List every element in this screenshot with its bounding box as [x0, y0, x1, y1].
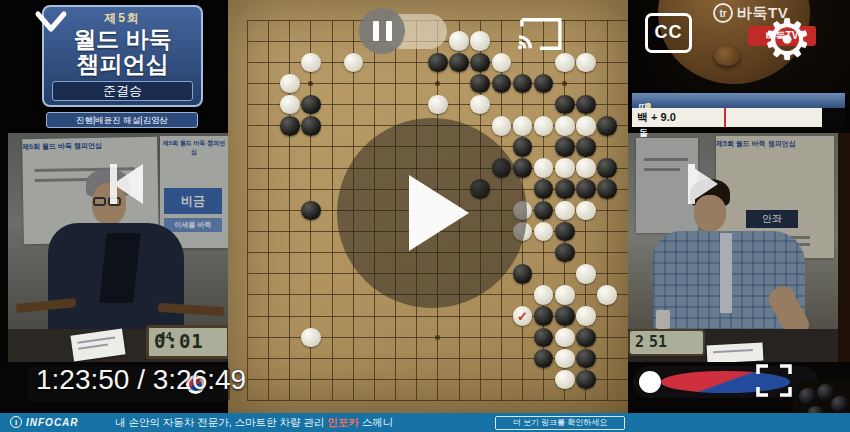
settings-gear-button[interactable]: ⚙: [756, 10, 818, 70]
current-time: 1:23:50: [36, 364, 129, 395]
go-stone-black: [534, 74, 554, 94]
left-clock-sub: 44: [159, 330, 172, 343]
star-point: [435, 81, 440, 86]
go-stone-white: [492, 53, 512, 73]
go-stone-white: [576, 53, 596, 73]
korea-flag-icon: [639, 371, 661, 393]
go-stone-black: [576, 328, 596, 348]
go-stone-white: [576, 158, 596, 178]
go-stone-white: [555, 158, 575, 178]
go-stone-white: [597, 285, 617, 305]
ad-banner[interactable]: i INFOCAR 내 손안의 자동차 전문가, 스마트한 차량 관리 인포카 …: [0, 413, 850, 432]
go-stone-white: [555, 53, 575, 73]
go-stone-white: [555, 285, 575, 305]
go-stone-white: [576, 264, 596, 284]
closed-captions-button[interactable]: CC: [645, 13, 692, 53]
go-stone-black: [280, 116, 300, 136]
go-stone-white: [555, 349, 575, 369]
go-stone-black: [555, 306, 575, 326]
go-stone-black: [534, 328, 554, 348]
ad-copy-text: 스께니: [359, 416, 393, 428]
go-bowl-knob: [714, 46, 740, 66]
go-stone-black: [513, 264, 533, 284]
go-stone-black: [301, 95, 321, 115]
video-player: ✓ 제5회 월드 바둑 챔피언십 제5회 월드 바둑 챔피언십 비금 이세돌 바…: [0, 0, 850, 432]
nameplate-text-line: [77, 337, 115, 344]
round-label: 준결승: [52, 81, 193, 101]
go-stone-black: [470, 53, 490, 73]
fullscreen-button[interactable]: [755, 363, 793, 398]
go-stone-white: [555, 370, 575, 390]
go-stone-black: [597, 179, 617, 199]
nameplate-text-line: [713, 349, 753, 353]
go-stone-white: [470, 95, 490, 115]
cast-button[interactable]: [513, 15, 565, 53]
go-stone-white: [576, 306, 596, 326]
go-stone-white: [301, 53, 321, 73]
go-stone-white: [449, 31, 469, 51]
go-stone-white: [555, 116, 575, 136]
skip-next-icon: [688, 164, 695, 204]
nameplate-text-line: [78, 344, 108, 350]
evaluation-center-mark: [724, 108, 726, 127]
info-icon: i: [10, 416, 22, 428]
player-nameplate: [707, 343, 764, 362]
go-stone-black: [576, 179, 596, 199]
go-stone-white: [470, 31, 490, 51]
go-stone-black: [449, 53, 469, 73]
left-game-clock: 0:01 44: [146, 325, 228, 359]
evaluation-text: 백 + 9.0: [637, 108, 676, 127]
go-stone-black: [301, 116, 321, 136]
go-stone-black: [576, 349, 596, 369]
go-stone-white: [555, 201, 575, 221]
go-stone-black: [534, 349, 554, 369]
go-stone-white: [280, 74, 300, 94]
go-stone-black: [513, 74, 533, 94]
captures-header: 따낸돌1 따낸돌0: [632, 93, 845, 108]
go-stone-black: [513, 137, 533, 157]
go-stone-black: [534, 179, 554, 199]
go-stone-black: [555, 243, 575, 263]
go-stone-white: [534, 222, 554, 242]
go-stone-black: [555, 95, 575, 115]
right-clock-main: 2: [635, 333, 645, 351]
black-stone: [799, 388, 816, 405]
go-stone-black: [534, 201, 554, 221]
go-stone-black: [470, 74, 490, 94]
play-button[interactable]: [337, 118, 527, 308]
ad-copy: 내 손안의 자동차 전문가, 스마트한 차량 관리 인포카 스께니: [115, 416, 393, 430]
last-move-marker: ✓: [517, 310, 528, 323]
star-point: [308, 81, 313, 86]
black-stone: [831, 396, 848, 413]
ad-brand-name: INFOCAR: [26, 417, 79, 428]
right-game-clock: 2 51: [628, 329, 705, 356]
time-separator: /: [129, 364, 152, 395]
video-dim-overlay: [628, 133, 838, 362]
black-stone: [817, 384, 834, 401]
staff-credits: 진행|배윤진 해설|김영삼: [46, 112, 198, 128]
go-stone-black: [428, 53, 448, 73]
star-point: [435, 335, 440, 340]
play-icon: [409, 175, 469, 251]
go-stone-black: [555, 179, 575, 199]
star-point: [562, 81, 567, 86]
pause-button[interactable]: [359, 8, 405, 54]
playback-time: 1:23:50 / 3:26:49: [36, 364, 246, 396]
go-stone-white: [534, 285, 554, 305]
ad-copy-text: 내 손안의 자동차 전문가, 스마트한 차량 관리: [115, 416, 327, 428]
go-stone-white: [280, 95, 300, 115]
go-stone-black: [576, 137, 596, 157]
go-stone-black: [555, 137, 575, 157]
go-stone-black: [492, 74, 512, 94]
skip-previous-icon: [113, 164, 143, 204]
go-stone-white: [534, 158, 554, 178]
go-stone-white: [492, 116, 512, 136]
right-clock-sub: 51: [649, 333, 667, 351]
evaluation-black-segment: [822, 108, 845, 127]
grid-line-horizontal: [248, 400, 629, 401]
go-stone-white: [428, 95, 448, 115]
go-stone-black: [576, 95, 596, 115]
channel-logo-icon: tr: [713, 3, 733, 23]
evaluation-bar: 백 + 9.0: [632, 108, 845, 127]
tournament-title-line2: 챔피언십: [44, 52, 201, 77]
go-stone-white: [344, 53, 364, 73]
go-stone-black: [597, 116, 617, 136]
go-stone-black: [555, 222, 575, 242]
go-stone-white: [301, 328, 321, 348]
ad-copy-brand: 인포카: [327, 416, 359, 428]
grid-line-vertical: [607, 20, 608, 401]
go-stone-white: [576, 201, 596, 221]
go-stone-white: ✓: [513, 306, 533, 326]
go-stone-black: [534, 306, 554, 326]
go-stone-white: [576, 116, 596, 136]
player-video[interactable]: 제5회 월드 바둑 챔피언십 안좌 2 51: [628, 133, 838, 362]
go-stone-white: [534, 116, 554, 136]
duration: 3:26:49: [153, 364, 246, 395]
go-stone-black: [597, 158, 617, 178]
chevron-down-icon[interactable]: [34, 9, 68, 37]
ad-more-button[interactable]: 더 보기 링크를 확인하세요: [495, 416, 625, 430]
ad-brand-logo: i INFOCAR: [10, 416, 79, 428]
go-stone-white: [513, 116, 533, 136]
go-stone-black: [301, 201, 321, 221]
go-stone-black: [576, 370, 596, 390]
go-stone-white: [555, 328, 575, 348]
